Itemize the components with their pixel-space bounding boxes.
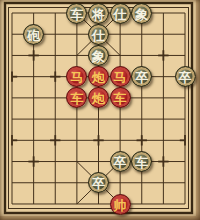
piece-black-elephant[interactable]: 象 [88,45,109,66]
piece-black-chariot[interactable]: 车 [66,3,87,24]
piece-red-cannon[interactable]: 炮 [88,66,109,87]
piece-black-general[interactable]: 将 [88,3,109,24]
piece-red-general[interactable]: 帅 [110,194,131,215]
piece-red-chariot[interactable]: 车 [66,87,87,108]
piece-red-horse[interactable]: 马 [66,66,87,87]
piece-black-cannon[interactable]: 砲 [23,24,44,45]
piece-red-chariot[interactable]: 车 [110,87,131,108]
piece-black-chariot[interactable]: 车 [131,151,152,172]
xiangqi-app: 车将仕象砲仕象马炮马卒卒车炮车卒车卒帅 [0,0,200,220]
piece-black-soldier[interactable]: 卒 [131,66,152,87]
piece-red-horse[interactable]: 马 [110,66,131,87]
piece-black-soldier[interactable]: 卒 [88,172,109,193]
pieces-layer: 车将仕象砲仕象马炮马卒卒车炮车卒车卒帅 [0,0,200,220]
piece-black-advisor[interactable]: 仕 [88,24,109,45]
piece-black-elephant[interactable]: 象 [131,3,152,24]
piece-red-cannon[interactable]: 炮 [88,87,109,108]
piece-black-soldier[interactable]: 卒 [175,66,196,87]
piece-black-soldier[interactable]: 卒 [110,151,131,172]
piece-black-advisor[interactable]: 仕 [110,3,131,24]
